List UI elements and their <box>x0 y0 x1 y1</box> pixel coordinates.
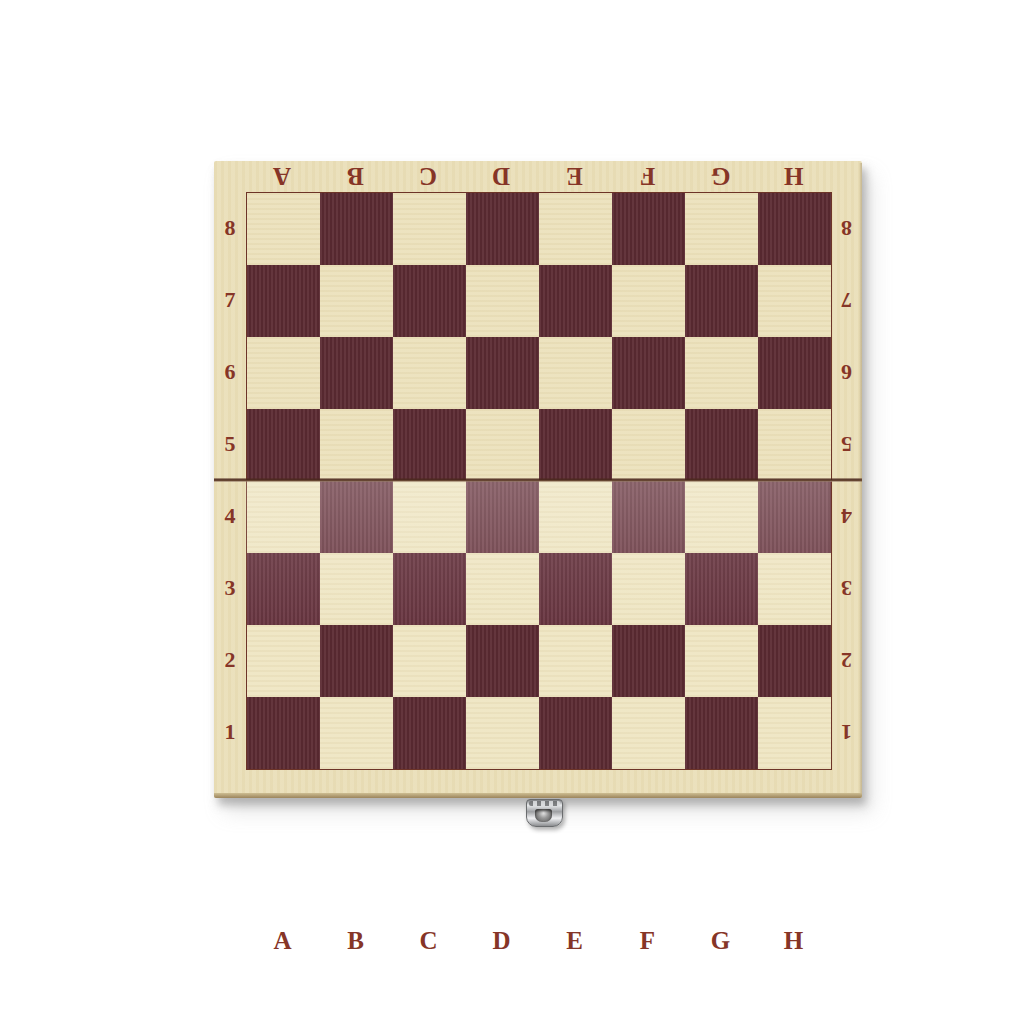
square-e6 <box>539 337 612 409</box>
rank-label-left-5: 5 <box>225 433 236 455</box>
square-g4 <box>685 481 758 553</box>
square-g2 <box>685 625 758 697</box>
square-e1 <box>539 697 612 769</box>
square-h1 <box>758 697 831 769</box>
board-right-edge <box>859 163 862 794</box>
square-a8 <box>247 193 320 265</box>
square-b3 <box>320 553 393 625</box>
fold-seam <box>214 478 862 482</box>
square-d5 <box>466 409 539 481</box>
file-label-top-g: G <box>711 164 730 189</box>
square-b2 <box>320 625 393 697</box>
square-b8 <box>320 193 393 265</box>
rank-label-right-4: 4 <box>841 505 852 527</box>
square-d8 <box>466 193 539 265</box>
square-c2 <box>393 625 466 697</box>
rank-label-right-5: 5 <box>841 433 852 455</box>
file-label-bottom-f: F <box>640 928 655 953</box>
rank-label-right-1: 1 <box>841 721 852 743</box>
square-a7 <box>247 265 320 337</box>
file-label-bottom-a: A <box>273 928 291 953</box>
square-e3 <box>539 553 612 625</box>
square-d1 <box>466 697 539 769</box>
square-b5 <box>320 409 393 481</box>
rank-label-left-2: 2 <box>225 649 236 671</box>
file-label-bottom-c: C <box>419 928 437 953</box>
square-a5 <box>247 409 320 481</box>
square-g3 <box>685 553 758 625</box>
square-f3 <box>612 553 685 625</box>
square-f2 <box>612 625 685 697</box>
square-h2 <box>758 625 831 697</box>
square-c7 <box>393 265 466 337</box>
square-g8 <box>685 193 758 265</box>
square-e8 <box>539 193 612 265</box>
rank-label-right-2: 2 <box>841 649 852 671</box>
square-f6 <box>612 337 685 409</box>
square-a6 <box>247 337 320 409</box>
square-c4 <box>393 481 466 553</box>
rank-label-left-8: 8 <box>225 217 236 239</box>
square-d6 <box>466 337 539 409</box>
square-b6 <box>320 337 393 409</box>
square-b4 <box>320 481 393 553</box>
file-label-bottom-e: E <box>566 928 583 953</box>
square-f8 <box>612 193 685 265</box>
square-e4 <box>539 481 612 553</box>
rank-label-left-1: 1 <box>225 721 236 743</box>
square-d2 <box>466 625 539 697</box>
file-label-bottom-d: D <box>492 928 510 953</box>
square-f5 <box>612 409 685 481</box>
file-label-top-a: A <box>273 164 291 189</box>
square-b7 <box>320 265 393 337</box>
square-a2 <box>247 625 320 697</box>
square-b1 <box>320 697 393 769</box>
file-labels-bottom: ABCDEFGH <box>246 926 830 954</box>
rank-label-right-6: 6 <box>841 361 852 383</box>
rank-label-left-6: 6 <box>225 361 236 383</box>
rank-label-right-7: 7 <box>841 289 852 311</box>
clasp-hinge <box>529 801 560 806</box>
square-d4 <box>466 481 539 553</box>
square-a3 <box>247 553 320 625</box>
square-c1 <box>393 697 466 769</box>
square-f7 <box>612 265 685 337</box>
square-f4 <box>612 481 685 553</box>
square-g1 <box>685 697 758 769</box>
product-photo: ABCDEFGH ABCDEFGH 87654321 87654321 <box>0 0 1024 1024</box>
file-label-top-f: F <box>640 164 655 189</box>
rank-label-left-4: 4 <box>225 505 236 527</box>
square-e2 <box>539 625 612 697</box>
rank-label-left-3: 3 <box>225 577 236 599</box>
square-c6 <box>393 337 466 409</box>
file-label-top-b: B <box>347 164 364 189</box>
square-g5 <box>685 409 758 481</box>
chessboard: ABCDEFGH ABCDEFGH 87654321 87654321 <box>214 161 862 798</box>
square-h5 <box>758 409 831 481</box>
metal-clasp <box>526 799 563 827</box>
square-h8 <box>758 193 831 265</box>
square-h6 <box>758 337 831 409</box>
square-g7 <box>685 265 758 337</box>
square-e5 <box>539 409 612 481</box>
square-h3 <box>758 553 831 625</box>
file-label-bottom-h: H <box>784 928 803 953</box>
rank-label-right-3: 3 <box>841 577 852 599</box>
square-a4 <box>247 481 320 553</box>
board-bottom-edge <box>214 793 862 798</box>
file-label-bottom-b: B <box>347 928 364 953</box>
file-label-top-c: C <box>419 164 437 189</box>
clasp-hole <box>535 809 552 822</box>
square-c8 <box>393 193 466 265</box>
rank-label-left-7: 7 <box>225 289 236 311</box>
square-e7 <box>539 265 612 337</box>
file-label-top-d: D <box>492 164 510 189</box>
square-d3 <box>466 553 539 625</box>
file-label-top-e: E <box>566 164 583 189</box>
square-h7 <box>758 265 831 337</box>
file-labels-top: ABCDEFGH <box>246 161 830 192</box>
square-g6 <box>685 337 758 409</box>
square-c5 <box>393 409 466 481</box>
square-c3 <box>393 553 466 625</box>
square-a1 <box>247 697 320 769</box>
file-label-top-h: H <box>784 164 803 189</box>
square-f1 <box>612 697 685 769</box>
rank-label-right-8: 8 <box>841 217 852 239</box>
square-d7 <box>466 265 539 337</box>
square-h4 <box>758 481 831 553</box>
file-label-bottom-g: G <box>711 928 730 953</box>
